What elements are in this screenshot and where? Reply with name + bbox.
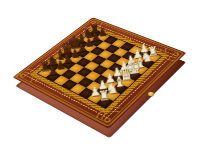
piece-white-r: ♜ (144, 27, 159, 58)
chess-box: ♜♞♝♛♚♝♞♜♟♟♟♟♟♟♟♟♟♟♟♟♟♟♟♟♜♞♝♛♚♝♞♜ (13, 17, 187, 128)
piece-white-p: ♟ (135, 24, 150, 55)
piece-black-b: ♝ (51, 31, 66, 61)
piece-black-p: ♟ (87, 14, 101, 43)
piece-black-b: ♝ (73, 16, 87, 45)
chess-set-photo: ♜♞♝♛♚♝♞♜♟♟♟♟♟♟♟♟♟♟♟♟♟♟♟♟♜♞♝♛♚♝♞♜ (0, 0, 200, 151)
board-top-face: ♜♞♝♛♚♝♞♜♟♟♟♟♟♟♟♟♟♟♟♟♟♟♟♟♜♞♝♛♚♝♞♜ (13, 17, 187, 128)
piece-black-r: ♜ (86, 6, 100, 35)
brass-clasp (148, 92, 154, 96)
piece-black-q: ♛ (59, 26, 74, 56)
piece-white-p: ♟ (128, 29, 143, 60)
piece-black-n: ♞ (80, 11, 94, 40)
perspective-wrapper: ♜♞♝♛♚♝♞♜♟♟♟♟♟♟♟♟♟♟♟♟♟♟♟♟♜♞♝♛♚♝♞♜ (0, 0, 200, 151)
